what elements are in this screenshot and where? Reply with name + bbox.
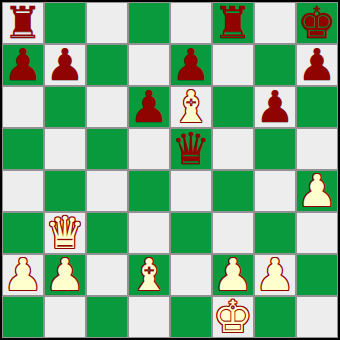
square-b2[interactable]: ♟: [44, 254, 86, 296]
chess-board: ♜♜♚♟♟♟♟♟♝♟♛♟♛♟♟♝♟♟♚: [2, 2, 338, 338]
square-h3[interactable]: [296, 212, 338, 254]
square-d2[interactable]: ♝: [128, 254, 170, 296]
square-a6[interactable]: [2, 86, 44, 128]
square-f6[interactable]: [212, 86, 254, 128]
piece-black-pawn[interactable]: ♟: [171, 44, 210, 86]
square-g7[interactable]: [254, 44, 296, 86]
square-e5[interactable]: ♛: [170, 128, 212, 170]
square-h7[interactable]: ♟: [296, 44, 338, 86]
square-a3[interactable]: [2, 212, 44, 254]
square-b3[interactable]: ♛: [44, 212, 86, 254]
square-d8[interactable]: [128, 2, 170, 44]
square-f7[interactable]: [212, 44, 254, 86]
piece-white-bishop[interactable]: ♝: [171, 86, 210, 128]
piece-white-king[interactable]: ♚: [213, 296, 252, 338]
piece-white-pawn[interactable]: ♟: [45, 254, 84, 296]
square-f3[interactable]: [212, 212, 254, 254]
piece-white-bishop[interactable]: ♝: [129, 254, 168, 296]
square-h2[interactable]: [296, 254, 338, 296]
piece-white-pawn[interactable]: ♟: [213, 254, 252, 296]
square-f4[interactable]: [212, 170, 254, 212]
square-a5[interactable]: [2, 128, 44, 170]
chess-board-frame: ♜♜♚♟♟♟♟♟♝♟♛♟♛♟♟♝♟♟♚: [0, 0, 340, 340]
square-f8[interactable]: ♜: [212, 2, 254, 44]
square-b1[interactable]: [44, 296, 86, 338]
square-g1[interactable]: [254, 296, 296, 338]
square-f5[interactable]: [212, 128, 254, 170]
square-c6[interactable]: [86, 86, 128, 128]
square-g6[interactable]: ♟: [254, 86, 296, 128]
piece-white-pawn[interactable]: ♟: [3, 254, 42, 296]
square-g5[interactable]: [254, 128, 296, 170]
square-d4[interactable]: [128, 170, 170, 212]
square-b5[interactable]: [44, 128, 86, 170]
piece-black-pawn[interactable]: ♟: [255, 86, 294, 128]
square-c7[interactable]: [86, 44, 128, 86]
square-a7[interactable]: ♟: [2, 44, 44, 86]
piece-black-rook[interactable]: ♜: [3, 2, 42, 44]
square-e4[interactable]: [170, 170, 212, 212]
piece-white-pawn[interactable]: ♟: [255, 254, 294, 296]
square-g8[interactable]: [254, 2, 296, 44]
square-c3[interactable]: [86, 212, 128, 254]
square-c2[interactable]: [86, 254, 128, 296]
square-c5[interactable]: [86, 128, 128, 170]
square-d1[interactable]: [128, 296, 170, 338]
square-h5[interactable]: [296, 128, 338, 170]
square-e3[interactable]: [170, 212, 212, 254]
piece-black-queen[interactable]: ♛: [171, 128, 210, 170]
piece-black-pawn[interactable]: ♟: [297, 44, 336, 86]
square-a4[interactable]: [2, 170, 44, 212]
square-e6[interactable]: ♝: [170, 86, 212, 128]
square-b4[interactable]: [44, 170, 86, 212]
square-d3[interactable]: [128, 212, 170, 254]
square-e2[interactable]: [170, 254, 212, 296]
piece-white-queen[interactable]: ♛: [45, 212, 84, 254]
square-b7[interactable]: ♟: [44, 44, 86, 86]
square-d6[interactable]: ♟: [128, 86, 170, 128]
square-f2[interactable]: ♟: [212, 254, 254, 296]
square-c1[interactable]: [86, 296, 128, 338]
square-b6[interactable]: [44, 86, 86, 128]
piece-black-pawn[interactable]: ♟: [45, 44, 84, 86]
square-g3[interactable]: [254, 212, 296, 254]
square-g4[interactable]: [254, 170, 296, 212]
square-f1[interactable]: ♚: [212, 296, 254, 338]
square-h1[interactable]: [296, 296, 338, 338]
piece-black-pawn[interactable]: ♟: [129, 86, 168, 128]
square-c4[interactable]: [86, 170, 128, 212]
square-e8[interactable]: [170, 2, 212, 44]
piece-black-pawn[interactable]: ♟: [3, 44, 42, 86]
square-d5[interactable]: [128, 128, 170, 170]
square-a1[interactable]: [2, 296, 44, 338]
square-a8[interactable]: ♜: [2, 2, 44, 44]
piece-white-pawn[interactable]: ♟: [297, 170, 336, 212]
square-b8[interactable]: [44, 2, 86, 44]
square-h4[interactable]: ♟: [296, 170, 338, 212]
piece-black-king[interactable]: ♚: [297, 2, 336, 44]
square-h6[interactable]: [296, 86, 338, 128]
piece-black-rook[interactable]: ♜: [213, 2, 252, 44]
square-g2[interactable]: ♟: [254, 254, 296, 296]
square-e7[interactable]: ♟: [170, 44, 212, 86]
square-c8[interactable]: [86, 2, 128, 44]
square-a2[interactable]: ♟: [2, 254, 44, 296]
square-e1[interactable]: [170, 296, 212, 338]
square-d7[interactable]: [128, 44, 170, 86]
square-h8[interactable]: ♚: [296, 2, 338, 44]
